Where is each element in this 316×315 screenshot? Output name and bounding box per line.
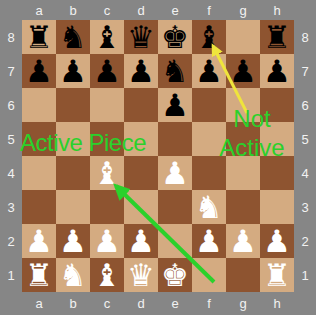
file-label-a: a (22, 0, 56, 20)
black-knight-b8[interactable]: ♞ (59, 22, 87, 53)
square-a4[interactable] (22, 156, 56, 190)
rank-label-7: 7 (0, 54, 22, 88)
square-e1[interactable]: ♚ (158, 258, 192, 292)
square-e8[interactable]: ♚ (158, 20, 192, 54)
file-label-a: a (22, 292, 56, 315)
square-g1[interactable] (226, 258, 260, 292)
square-e3[interactable] (158, 190, 192, 224)
rank-label-3: 3 (0, 190, 22, 224)
square-h2[interactable]: ♟ (260, 224, 294, 258)
rank-label-8: 8 (0, 20, 22, 54)
black-pawn-g7[interactable]: ♟ (229, 56, 257, 87)
black-rook-a8[interactable]: ♜ (25, 22, 53, 53)
square-e6[interactable]: ♟ (158, 88, 192, 122)
black-knight-e7[interactable]: ♞ (161, 56, 189, 87)
square-b7[interactable]: ♟ (56, 54, 90, 88)
file-label-h: h (260, 292, 294, 315)
square-a7[interactable]: ♟ (22, 54, 56, 88)
square-b2[interactable]: ♟ (56, 224, 90, 258)
square-d3[interactable] (124, 190, 158, 224)
file-label-c: c (90, 292, 124, 315)
file-label-g: g (226, 0, 260, 20)
square-d7[interactable]: ♟ (124, 54, 158, 88)
rank-label-1: 1 (294, 258, 316, 292)
rank-label-4: 4 (0, 156, 22, 190)
rank-label-7: 7 (294, 54, 316, 88)
rank-labels-left: 87654321 (0, 20, 22, 292)
chessboard-frame: abcdefgh 87654321 87654321 abcdefgh ♜♞♝♛… (0, 0, 316, 315)
not-active-label: Not Active (200, 104, 304, 162)
square-f8[interactable]: ♝ (192, 20, 226, 54)
square-c4[interactable]: ♝ (90, 156, 124, 190)
rank-label-2: 2 (0, 224, 22, 258)
file-label-e: e (158, 0, 192, 20)
white-knight-b1[interactable]: ♞ (59, 260, 87, 291)
file-label-d: d (124, 292, 158, 315)
black-pawn-a7[interactable]: ♟ (25, 56, 53, 87)
black-pawn-c7[interactable]: ♟ (93, 56, 121, 87)
square-b1[interactable]: ♞ (56, 258, 90, 292)
file-label-h: h (260, 0, 294, 20)
white-king-e1[interactable]: ♚ (161, 260, 189, 291)
black-pawn-h7[interactable]: ♟ (263, 56, 291, 87)
square-h3[interactable] (260, 190, 294, 224)
white-pawn-g2[interactable]: ♟ (229, 226, 257, 257)
black-bishop-f8[interactable]: ♝ (195, 22, 223, 53)
white-pawn-a2[interactable]: ♟ (25, 226, 53, 257)
black-pawn-f7[interactable]: ♟ (195, 56, 223, 87)
white-pawn-c2[interactable]: ♟ (93, 226, 121, 257)
white-pawn-e4[interactable]: ♟ (161, 158, 189, 189)
white-bishop-c4[interactable]: ♝ (93, 158, 121, 189)
black-queen-d8[interactable]: ♛ (127, 22, 155, 53)
square-b3[interactable] (56, 190, 90, 224)
square-d2[interactable]: ♟ (124, 224, 158, 258)
white-knight-f3[interactable]: ♞ (195, 192, 223, 223)
square-b4[interactable] (56, 156, 90, 190)
white-bishop-c1[interactable]: ♝ (93, 260, 121, 291)
active-piece-label: Active Piece (20, 129, 146, 157)
square-c2[interactable]: ♟ (90, 224, 124, 258)
square-g8[interactable] (226, 20, 260, 54)
square-c6[interactable] (90, 88, 124, 122)
file-label-f: f (192, 0, 226, 20)
square-f7[interactable]: ♟ (192, 54, 226, 88)
square-b8[interactable]: ♞ (56, 20, 90, 54)
square-f3[interactable]: ♞ (192, 190, 226, 224)
square-f1[interactable] (192, 258, 226, 292)
square-h8[interactable]: ♜ (260, 20, 294, 54)
white-rook-h1[interactable]: ♜ (263, 260, 291, 291)
white-pawn-d2[interactable]: ♟ (127, 226, 155, 257)
black-king-e8[interactable]: ♚ (161, 22, 189, 53)
square-e7[interactable]: ♞ (158, 54, 192, 88)
rank-label-2: 2 (294, 224, 316, 258)
square-g2[interactable]: ♟ (226, 224, 260, 258)
square-g7[interactable]: ♟ (226, 54, 260, 88)
square-d8[interactable]: ♛ (124, 20, 158, 54)
square-e5[interactable] (158, 122, 192, 156)
black-bishop-c8[interactable]: ♝ (93, 22, 121, 53)
square-a2[interactable]: ♟ (22, 224, 56, 258)
square-a8[interactable]: ♜ (22, 20, 56, 54)
file-label-c: c (90, 0, 124, 20)
square-e2[interactable] (158, 224, 192, 258)
file-labels-bottom: abcdefgh (22, 292, 294, 315)
square-a6[interactable] (22, 88, 56, 122)
file-label-e: e (158, 292, 192, 315)
rank-label-1: 1 (0, 258, 22, 292)
file-label-g: g (226, 292, 260, 315)
file-label-d: d (124, 0, 158, 20)
white-pawn-f2[interactable]: ♟ (195, 226, 223, 257)
file-label-b: b (56, 292, 90, 315)
square-d6[interactable] (124, 88, 158, 122)
rank-label-6: 6 (0, 88, 22, 122)
square-a1[interactable]: ♜ (22, 258, 56, 292)
square-h1[interactable]: ♜ (260, 258, 294, 292)
square-d1[interactable]: ♛ (124, 258, 158, 292)
square-f2[interactable]: ♟ (192, 224, 226, 258)
square-c1[interactable]: ♝ (90, 258, 124, 292)
white-queen-d1[interactable]: ♛ (127, 260, 155, 291)
file-label-b: b (56, 0, 90, 20)
file-label-f: f (192, 292, 226, 315)
white-pawn-h2[interactable]: ♟ (263, 226, 291, 257)
square-c3[interactable] (90, 190, 124, 224)
file-labels-top: abcdefgh (22, 0, 294, 20)
black-rook-h8[interactable]: ♜ (263, 22, 291, 53)
square-d4[interactable] (124, 156, 158, 190)
square-c7[interactable]: ♟ (90, 54, 124, 88)
white-rook-a1[interactable]: ♜ (25, 260, 53, 291)
square-c8[interactable]: ♝ (90, 20, 124, 54)
square-e4[interactable]: ♟ (158, 156, 192, 190)
rank-label-5: 5 (0, 122, 22, 156)
black-pawn-b7[interactable]: ♟ (59, 56, 87, 87)
black-pawn-d7[interactable]: ♟ (127, 56, 155, 87)
square-a3[interactable] (22, 190, 56, 224)
black-pawn-e6[interactable]: ♟ (161, 90, 189, 121)
white-pawn-b2[interactable]: ♟ (59, 226, 87, 257)
square-b6[interactable] (56, 88, 90, 122)
square-h7[interactable]: ♟ (260, 54, 294, 88)
rank-label-3: 3 (294, 190, 316, 224)
square-g3[interactable] (226, 190, 260, 224)
rank-label-8: 8 (294, 20, 316, 54)
